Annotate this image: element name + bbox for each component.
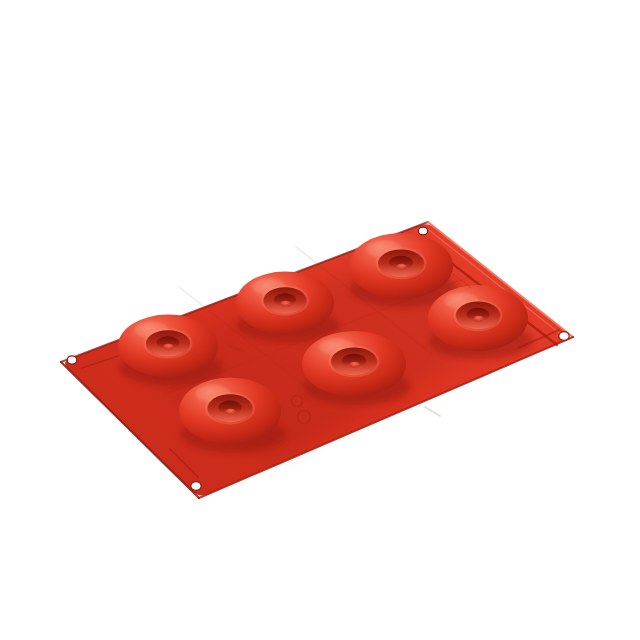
corner-hole (559, 332, 569, 341)
corner-hole (418, 227, 427, 235)
donut-mold-scene (0, 0, 640, 640)
corner-hole (191, 482, 201, 491)
corner-hole (67, 356, 77, 364)
embossed-dash-mark (425, 407, 440, 416)
product-photo (0, 0, 640, 640)
